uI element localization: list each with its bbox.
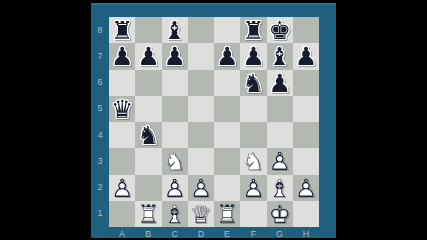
square-g3: ♟♙ — [267, 148, 293, 174]
square-c5 — [162, 96, 188, 122]
white-pawn-d2: ♟♙ — [188, 175, 214, 201]
square-a3 — [109, 148, 135, 174]
square-e5 — [214, 96, 240, 122]
rank-label-4: 4 — [91, 122, 109, 148]
square-g2: ♝♗ — [267, 175, 293, 201]
rank-label-7: 7 — [91, 43, 109, 69]
square-a2: ♟♙ — [109, 175, 135, 201]
black-bishop-c8: ♝ — [162, 17, 188, 43]
square-h6 — [293, 70, 319, 96]
square-a1 — [109, 201, 135, 227]
file-label-h: H — [293, 229, 319, 240]
black-pawn-g6: ♟ — [267, 70, 293, 96]
black-knight-glyph: ♞ — [240, 70, 266, 96]
square-g8: ♚ — [267, 17, 293, 43]
white-pawn-a2: ♟♙ — [109, 175, 135, 201]
black-rook-a8: ♜ — [109, 17, 135, 43]
white-knight-outline-glyph: ♘ — [162, 148, 188, 174]
square-h2: ♟♙ — [293, 175, 319, 201]
square-e6 — [214, 70, 240, 96]
black-pawn-c7: ♟ — [162, 43, 188, 69]
square-d4 — [188, 122, 214, 148]
white-knight-f3: ♞♘ — [240, 148, 266, 174]
white-rook-outline-glyph: ♖ — [214, 201, 240, 227]
square-a7: ♟ — [109, 43, 135, 69]
black-pawn-glyph: ♟ — [109, 43, 135, 69]
black-pawn-glyph: ♟ — [293, 43, 319, 69]
white-king-outline-glyph: ♔ — [267, 201, 293, 227]
square-f5 — [240, 96, 266, 122]
square-c7: ♟ — [162, 43, 188, 69]
black-pawn-glyph: ♟ — [162, 43, 188, 69]
white-rook-e1: ♜♖ — [214, 201, 240, 227]
white-rook-b1: ♜♖ — [135, 201, 161, 227]
white-knight-c3: ♞♘ — [162, 148, 188, 174]
square-b8 — [135, 17, 161, 43]
black-pawn-glyph: ♟ — [267, 70, 293, 96]
square-a8: ♜ — [109, 17, 135, 43]
black-knight-glyph: ♞ — [135, 122, 161, 148]
file-label-c: C — [162, 229, 188, 240]
black-queen-glyph: ♛ — [109, 96, 135, 122]
file-label-b: B — [135, 229, 161, 240]
square-f2: ♟♙ — [240, 175, 266, 201]
rank-label-6: 6 — [91, 70, 109, 96]
white-queen-d1: ♛♕ — [188, 201, 214, 227]
square-b7: ♟ — [135, 43, 161, 69]
square-f1 — [240, 201, 266, 227]
black-king-glyph: ♚ — [267, 17, 293, 43]
square-g4 — [267, 122, 293, 148]
rank-label-3: 3 — [91, 148, 109, 174]
square-a5: ♛ — [109, 96, 135, 122]
black-knight-b4: ♞ — [135, 122, 161, 148]
white-bishop-c1: ♝♗ — [162, 201, 188, 227]
square-e8 — [214, 17, 240, 43]
square-g7: ♝ — [267, 43, 293, 69]
white-queen-outline-glyph: ♕ — [188, 201, 214, 227]
square-c2: ♟♙ — [162, 175, 188, 201]
square-b4: ♞ — [135, 122, 161, 148]
black-pawn-glyph: ♟ — [214, 43, 240, 69]
square-e4 — [214, 122, 240, 148]
square-f6: ♞ — [240, 70, 266, 96]
black-queen-a5: ♛ — [109, 96, 135, 122]
white-bishop-g2: ♝♗ — [267, 175, 293, 201]
square-b1: ♜♖ — [135, 201, 161, 227]
square-h5 — [293, 96, 319, 122]
square-d2: ♟♙ — [188, 175, 214, 201]
black-pawn-glyph: ♟ — [135, 43, 161, 69]
white-pawn-outline-glyph: ♙ — [267, 148, 293, 174]
square-d1: ♛♕ — [188, 201, 214, 227]
rank-label-5: 5 — [91, 96, 109, 122]
white-knight-outline-glyph: ♘ — [240, 148, 266, 174]
white-bishop-outline-glyph: ♗ — [267, 175, 293, 201]
square-e7: ♟ — [214, 43, 240, 69]
square-b5 — [135, 96, 161, 122]
file-label-a: A — [109, 229, 135, 240]
white-pawn-outline-glyph: ♙ — [188, 175, 214, 201]
square-c6 — [162, 70, 188, 96]
white-pawn-outline-glyph: ♙ — [293, 175, 319, 201]
square-d3 — [188, 148, 214, 174]
square-h3 — [293, 148, 319, 174]
square-a6 — [109, 70, 135, 96]
black-bishop-g7: ♝ — [267, 43, 293, 69]
square-g5 — [267, 96, 293, 122]
white-pawn-outline-glyph: ♙ — [109, 175, 135, 201]
square-e1: ♜♖ — [214, 201, 240, 227]
white-bishop-outline-glyph: ♗ — [162, 201, 188, 227]
square-b2 — [135, 175, 161, 201]
square-e2 — [214, 175, 240, 201]
file-labels: ABCDEFGH — [109, 229, 319, 240]
square-b6 — [135, 70, 161, 96]
white-king-g1: ♚♔ — [267, 201, 293, 227]
square-f4 — [240, 122, 266, 148]
square-h1 — [293, 201, 319, 227]
square-f3: ♞♘ — [240, 148, 266, 174]
white-pawn-outline-glyph: ♙ — [240, 175, 266, 201]
black-pawn-e7: ♟ — [214, 43, 240, 69]
file-label-g: G — [267, 229, 293, 240]
square-g1: ♚♔ — [267, 201, 293, 227]
square-c8: ♝ — [162, 17, 188, 43]
square-d6 — [188, 70, 214, 96]
square-f7: ♟ — [240, 43, 266, 69]
white-rook-outline-glyph: ♖ — [135, 201, 161, 227]
square-d7 — [188, 43, 214, 69]
chess-board: ♜♝♜♚♟♟♟♟♟♝♟♞♟♛♞♞♘♞♘♟♙♟♙♟♙♟♙♟♙♝♗♟♙♜♖♝♗♛♕♜… — [109, 17, 319, 227]
square-c1: ♝♗ — [162, 201, 188, 227]
square-f8: ♜ — [240, 17, 266, 43]
square-b3 — [135, 148, 161, 174]
white-pawn-c2: ♟♙ — [162, 175, 188, 201]
square-a4 — [109, 122, 135, 148]
square-c4 — [162, 122, 188, 148]
black-pawn-f7: ♟ — [240, 43, 266, 69]
file-label-e: E — [214, 229, 240, 240]
square-e3 — [214, 148, 240, 174]
rank-label-1: 1 — [91, 201, 109, 227]
black-king-g8: ♚ — [267, 17, 293, 43]
black-knight-f6: ♞ — [240, 70, 266, 96]
rank-label-2: 2 — [91, 175, 109, 201]
file-label-f: F — [240, 229, 266, 240]
square-h7: ♟ — [293, 43, 319, 69]
rank-label-8: 8 — [91, 17, 109, 43]
black-rook-glyph: ♜ — [240, 17, 266, 43]
black-bishop-glyph: ♝ — [267, 43, 293, 69]
black-rook-f8: ♜ — [240, 17, 266, 43]
white-pawn-outline-glyph: ♙ — [162, 175, 188, 201]
black-rook-glyph: ♜ — [109, 17, 135, 43]
square-g6: ♟ — [267, 70, 293, 96]
square-h4 — [293, 122, 319, 148]
black-pawn-glyph: ♟ — [240, 43, 266, 69]
black-pawn-a7: ♟ — [109, 43, 135, 69]
white-pawn-h2: ♟♙ — [293, 175, 319, 201]
black-pawn-b7: ♟ — [135, 43, 161, 69]
video-frame: 87654321 ♜♝♜♚♟♟♟♟♟♝♟♞♟♛♞♞♘♞♘♟♙♟♙♟♙♟♙♟♙♝♗… — [0, 0, 427, 240]
file-label-d: D — [188, 229, 214, 240]
square-c3: ♞♘ — [162, 148, 188, 174]
chessboard-panel: 87654321 ♜♝♜♚♟♟♟♟♟♝♟♞♟♛♞♞♘♞♘♟♙♟♙♟♙♟♙♟♙♝♗… — [91, 3, 336, 238]
white-pawn-g3: ♟♙ — [267, 148, 293, 174]
rank-labels: 87654321 — [91, 17, 109, 227]
white-pawn-f2: ♟♙ — [240, 175, 266, 201]
square-d8 — [188, 17, 214, 43]
square-h8 — [293, 17, 319, 43]
square-d5 — [188, 96, 214, 122]
black-bishop-glyph: ♝ — [162, 17, 188, 43]
black-pawn-h7: ♟ — [293, 43, 319, 69]
